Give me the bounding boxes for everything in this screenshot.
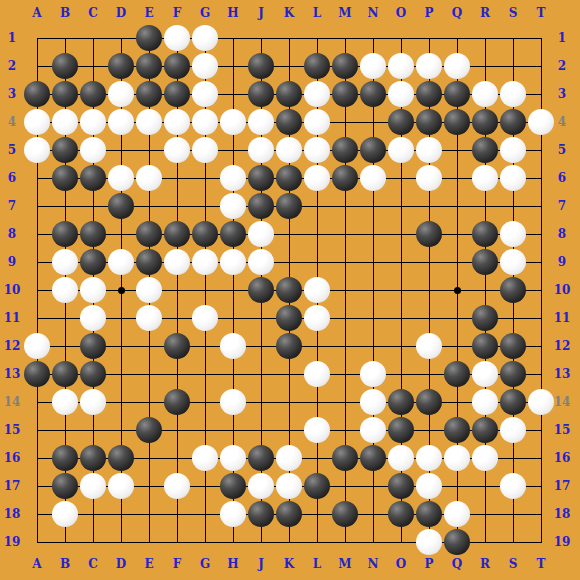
board-cell-P3[interactable] — [415, 80, 443, 108]
board-cell-A16[interactable] — [23, 444, 51, 472]
board-cell-H2[interactable] — [219, 52, 247, 80]
board-cell-M4[interactable] — [331, 108, 359, 136]
board-cell-O14[interactable] — [387, 388, 415, 416]
board-cell-H18[interactable] — [219, 500, 247, 528]
board-cell-K14[interactable] — [275, 388, 303, 416]
board-cell-Q12[interactable] — [443, 332, 471, 360]
board-cell-G4[interactable] — [191, 108, 219, 136]
board-cell-A3[interactable] — [23, 80, 51, 108]
board-cell-D11[interactable] — [107, 304, 135, 332]
board-cell-F19[interactable] — [163, 528, 191, 556]
board-cell-R19[interactable] — [471, 528, 499, 556]
board-cell-N3[interactable] — [359, 80, 387, 108]
board-cell-E9[interactable] — [135, 248, 163, 276]
board-cell-A11[interactable] — [23, 304, 51, 332]
board-cell-C1[interactable] — [79, 24, 107, 52]
board-cell-M12[interactable] — [331, 332, 359, 360]
board-cell-G2[interactable] — [191, 52, 219, 80]
board-cell-H4[interactable] — [219, 108, 247, 136]
board-cell-C5[interactable] — [79, 136, 107, 164]
board-cell-Q4[interactable] — [443, 108, 471, 136]
board-cell-S9[interactable] — [499, 248, 527, 276]
board-cell-E11[interactable] — [135, 304, 163, 332]
board-cell-S15[interactable] — [499, 416, 527, 444]
board-cell-E19[interactable] — [135, 528, 163, 556]
board-cell-J13[interactable] — [247, 360, 275, 388]
board-cell-Q17[interactable] — [443, 472, 471, 500]
board-cell-K16[interactable] — [275, 444, 303, 472]
board-cell-P19[interactable] — [415, 528, 443, 556]
board-cell-R14[interactable] — [471, 388, 499, 416]
board-cell-H17[interactable] — [219, 472, 247, 500]
board-cell-E14[interactable] — [135, 388, 163, 416]
board-cell-C15[interactable] — [79, 416, 107, 444]
board-cell-A8[interactable] — [23, 220, 51, 248]
board-cell-H16[interactable] — [219, 444, 247, 472]
board-cell-H3[interactable] — [219, 80, 247, 108]
board-cell-N9[interactable] — [359, 248, 387, 276]
board-cell-H19[interactable] — [219, 528, 247, 556]
board-cell-O16[interactable] — [387, 444, 415, 472]
board-cell-E16[interactable] — [135, 444, 163, 472]
board-cell-E12[interactable] — [135, 332, 163, 360]
board-cell-S5[interactable] — [499, 136, 527, 164]
board-cell-F5[interactable] — [163, 136, 191, 164]
board-cell-A2[interactable] — [23, 52, 51, 80]
board-cell-D12[interactable] — [107, 332, 135, 360]
board-cell-G8[interactable] — [191, 220, 219, 248]
board-cell-M18[interactable] — [331, 500, 359, 528]
board-cell-L12[interactable] — [303, 332, 331, 360]
board-cell-A4[interactable] — [23, 108, 51, 136]
board-cell-K9[interactable] — [275, 248, 303, 276]
board-cell-E10[interactable] — [135, 276, 163, 304]
board-cell-A14[interactable] — [23, 388, 51, 416]
board-cell-E2[interactable] — [135, 52, 163, 80]
board-cell-F9[interactable] — [163, 248, 191, 276]
board-cell-E8[interactable] — [135, 220, 163, 248]
board-cell-N1[interactable] — [359, 24, 387, 52]
board-cell-L16[interactable] — [303, 444, 331, 472]
board-cell-S3[interactable] — [499, 80, 527, 108]
board-cell-C3[interactable] — [79, 80, 107, 108]
board-cell-M14[interactable] — [331, 388, 359, 416]
board-cell-S11[interactable] — [499, 304, 527, 332]
board-cell-C16[interactable] — [79, 444, 107, 472]
board-cell-Q9[interactable] — [443, 248, 471, 276]
board-cell-O3[interactable] — [387, 80, 415, 108]
board-cell-D2[interactable] — [107, 52, 135, 80]
board-cell-D15[interactable] — [107, 416, 135, 444]
board-cell-N8[interactable] — [359, 220, 387, 248]
board-cell-J14[interactable] — [247, 388, 275, 416]
board-cell-H7[interactable] — [219, 192, 247, 220]
board-cell-B17[interactable] — [51, 472, 79, 500]
board-cell-L19[interactable] — [303, 528, 331, 556]
board-cell-D13[interactable] — [107, 360, 135, 388]
board-cell-G1[interactable] — [191, 24, 219, 52]
board-cell-M2[interactable] — [331, 52, 359, 80]
board-cell-P7[interactable] — [415, 192, 443, 220]
board-cell-G5[interactable] — [191, 136, 219, 164]
board-cell-D1[interactable] — [107, 24, 135, 52]
board-cell-D10[interactable] — [107, 276, 135, 304]
board-cell-O18[interactable] — [387, 500, 415, 528]
board-cell-R16[interactable] — [471, 444, 499, 472]
board-cell-R5[interactable] — [471, 136, 499, 164]
board-cell-C11[interactable] — [79, 304, 107, 332]
board-cell-J18[interactable] — [247, 500, 275, 528]
board-cell-G3[interactable] — [191, 80, 219, 108]
board-cell-P13[interactable] — [415, 360, 443, 388]
board-cell-R11[interactable] — [471, 304, 499, 332]
board-cell-B12[interactable] — [51, 332, 79, 360]
board-cell-F3[interactable] — [163, 80, 191, 108]
board-cell-A1[interactable] — [23, 24, 51, 52]
board-cell-J15[interactable] — [247, 416, 275, 444]
board-cell-S17[interactable] — [499, 472, 527, 500]
board-cell-B3[interactable] — [51, 80, 79, 108]
board-cell-E17[interactable] — [135, 472, 163, 500]
board-cell-L4[interactable] — [303, 108, 331, 136]
board-cell-L13[interactable] — [303, 360, 331, 388]
board-cell-R10[interactable] — [471, 276, 499, 304]
board-cell-J6[interactable] — [247, 164, 275, 192]
board-cell-O7[interactable] — [387, 192, 415, 220]
board-cell-G18[interactable] — [191, 500, 219, 528]
board-cell-B8[interactable] — [51, 220, 79, 248]
board-cell-G10[interactable] — [191, 276, 219, 304]
board-cell-P1[interactable] — [415, 24, 443, 52]
board-cell-C14[interactable] — [79, 388, 107, 416]
board-cell-B9[interactable] — [51, 248, 79, 276]
board-cell-R2[interactable] — [471, 52, 499, 80]
board-cell-K2[interactable] — [275, 52, 303, 80]
board-cell-E7[interactable] — [135, 192, 163, 220]
board-cell-B15[interactable] — [51, 416, 79, 444]
board-cell-D16[interactable] — [107, 444, 135, 472]
board-cell-G15[interactable] — [191, 416, 219, 444]
board-cell-B5[interactable] — [51, 136, 79, 164]
board-cell-D17[interactable] — [107, 472, 135, 500]
board-cell-O13[interactable] — [387, 360, 415, 388]
board-cell-Q15[interactable] — [443, 416, 471, 444]
board-cell-N19[interactable] — [359, 528, 387, 556]
board-cell-F13[interactable] — [163, 360, 191, 388]
board-cell-S7[interactable] — [499, 192, 527, 220]
board-cell-S1[interactable] — [499, 24, 527, 52]
board-cell-F18[interactable] — [163, 500, 191, 528]
board-cell-K7[interactable] — [275, 192, 303, 220]
board-cell-S6[interactable] — [499, 164, 527, 192]
board-cell-O10[interactable] — [387, 276, 415, 304]
board-cell-P12[interactable] — [415, 332, 443, 360]
board-cell-H13[interactable] — [219, 360, 247, 388]
board-cell-B13[interactable] — [51, 360, 79, 388]
board-cell-D9[interactable] — [107, 248, 135, 276]
board-cell-A12[interactable] — [23, 332, 51, 360]
board-cell-D5[interactable] — [107, 136, 135, 164]
board-cell-J7[interactable] — [247, 192, 275, 220]
board-cell-J2[interactable] — [247, 52, 275, 80]
board-cell-N17[interactable] — [359, 472, 387, 500]
board-cell-C13[interactable] — [79, 360, 107, 388]
board-cell-A19[interactable] — [23, 528, 51, 556]
board-cell-O2[interactable] — [387, 52, 415, 80]
board-cell-M9[interactable] — [331, 248, 359, 276]
board-cell-F15[interactable] — [163, 416, 191, 444]
board-cell-J3[interactable] — [247, 80, 275, 108]
board-cell-N16[interactable] — [359, 444, 387, 472]
board-cell-L17[interactable] — [303, 472, 331, 500]
board-cell-B6[interactable] — [51, 164, 79, 192]
go-board[interactable] — [23, 24, 555, 556]
board-cell-M10[interactable] — [331, 276, 359, 304]
board-cell-Q3[interactable] — [443, 80, 471, 108]
board-cell-L9[interactable] — [303, 248, 331, 276]
board-cell-L11[interactable] — [303, 304, 331, 332]
board-cell-F6[interactable] — [163, 164, 191, 192]
board-cell-H15[interactable] — [219, 416, 247, 444]
board-cell-R1[interactable] — [471, 24, 499, 52]
board-cell-F14[interactable] — [163, 388, 191, 416]
board-cell-B1[interactable] — [51, 24, 79, 52]
board-cell-F11[interactable] — [163, 304, 191, 332]
board-cell-M13[interactable] — [331, 360, 359, 388]
board-cell-F17[interactable] — [163, 472, 191, 500]
board-cell-P18[interactable] — [415, 500, 443, 528]
board-cell-Q7[interactable] — [443, 192, 471, 220]
board-cell-C9[interactable] — [79, 248, 107, 276]
board-cell-E3[interactable] — [135, 80, 163, 108]
board-cell-Q18[interactable] — [443, 500, 471, 528]
board-cell-G17[interactable] — [191, 472, 219, 500]
board-cell-B4[interactable] — [51, 108, 79, 136]
board-cell-B16[interactable] — [51, 444, 79, 472]
board-cell-F8[interactable] — [163, 220, 191, 248]
board-cell-K12[interactable] — [275, 332, 303, 360]
board-cell-P6[interactable] — [415, 164, 443, 192]
board-cell-F12[interactable] — [163, 332, 191, 360]
board-cell-E1[interactable] — [135, 24, 163, 52]
board-cell-C17[interactable] — [79, 472, 107, 500]
board-cell-H8[interactable] — [219, 220, 247, 248]
board-cell-Q8[interactable] — [443, 220, 471, 248]
board-cell-M5[interactable] — [331, 136, 359, 164]
board-cell-K19[interactable] — [275, 528, 303, 556]
board-cell-M19[interactable] — [331, 528, 359, 556]
board-cell-D4[interactable] — [107, 108, 135, 136]
board-cell-A6[interactable] — [23, 164, 51, 192]
board-cell-P5[interactable] — [415, 136, 443, 164]
board-cell-K11[interactable] — [275, 304, 303, 332]
board-cell-D7[interactable] — [107, 192, 135, 220]
board-cell-K13[interactable] — [275, 360, 303, 388]
board-cell-K10[interactable] — [275, 276, 303, 304]
board-cell-D19[interactable] — [107, 528, 135, 556]
board-cell-Q14[interactable] — [443, 388, 471, 416]
board-cell-R15[interactable] — [471, 416, 499, 444]
board-cell-S10[interactable] — [499, 276, 527, 304]
board-cell-E13[interactable] — [135, 360, 163, 388]
board-cell-G14[interactable] — [191, 388, 219, 416]
board-cell-H14[interactable] — [219, 388, 247, 416]
board-cell-B19[interactable] — [51, 528, 79, 556]
board-cell-C7[interactable] — [79, 192, 107, 220]
board-cell-S14[interactable] — [499, 388, 527, 416]
board-cell-R4[interactable] — [471, 108, 499, 136]
board-cell-O9[interactable] — [387, 248, 415, 276]
board-cell-J8[interactable] — [247, 220, 275, 248]
board-cell-D8[interactable] — [107, 220, 135, 248]
board-cell-C19[interactable] — [79, 528, 107, 556]
board-cell-J11[interactable] — [247, 304, 275, 332]
board-cell-H1[interactable] — [219, 24, 247, 52]
board-cell-A18[interactable] — [23, 500, 51, 528]
board-cell-Q1[interactable] — [443, 24, 471, 52]
board-cell-K15[interactable] — [275, 416, 303, 444]
board-cell-L5[interactable] — [303, 136, 331, 164]
board-cell-P10[interactable] — [415, 276, 443, 304]
board-cell-N4[interactable] — [359, 108, 387, 136]
board-cell-P9[interactable] — [415, 248, 443, 276]
board-cell-P2[interactable] — [415, 52, 443, 80]
board-cell-S4[interactable] — [499, 108, 527, 136]
board-cell-C18[interactable] — [79, 500, 107, 528]
board-cell-P11[interactable] — [415, 304, 443, 332]
board-cell-H11[interactable] — [219, 304, 247, 332]
board-cell-D3[interactable] — [107, 80, 135, 108]
board-cell-S16[interactable] — [499, 444, 527, 472]
board-cell-G13[interactable] — [191, 360, 219, 388]
board-cell-O5[interactable] — [387, 136, 415, 164]
board-cell-N6[interactable] — [359, 164, 387, 192]
board-cell-M8[interactable] — [331, 220, 359, 248]
board-cell-M6[interactable] — [331, 164, 359, 192]
board-cell-M1[interactable] — [331, 24, 359, 52]
board-cell-G9[interactable] — [191, 248, 219, 276]
board-cell-J12[interactable] — [247, 332, 275, 360]
board-cell-Q13[interactable] — [443, 360, 471, 388]
board-cell-H10[interactable] — [219, 276, 247, 304]
board-cell-C2[interactable] — [79, 52, 107, 80]
board-cell-E4[interactable] — [135, 108, 163, 136]
board-cell-G6[interactable] — [191, 164, 219, 192]
board-cell-R9[interactable] — [471, 248, 499, 276]
board-cell-B7[interactable] — [51, 192, 79, 220]
board-cell-L18[interactable] — [303, 500, 331, 528]
board-cell-K5[interactable] — [275, 136, 303, 164]
board-cell-M17[interactable] — [331, 472, 359, 500]
board-cell-J17[interactable] — [247, 472, 275, 500]
board-cell-E5[interactable] — [135, 136, 163, 164]
board-cell-N18[interactable] — [359, 500, 387, 528]
board-cell-F16[interactable] — [163, 444, 191, 472]
board-cell-E6[interactable] — [135, 164, 163, 192]
board-cell-N15[interactable] — [359, 416, 387, 444]
board-cell-M7[interactable] — [331, 192, 359, 220]
board-cell-A5[interactable] — [23, 136, 51, 164]
board-cell-L3[interactable] — [303, 80, 331, 108]
board-cell-N5[interactable] — [359, 136, 387, 164]
board-cell-J1[interactable] — [247, 24, 275, 52]
board-cell-L2[interactable] — [303, 52, 331, 80]
board-cell-N2[interactable] — [359, 52, 387, 80]
board-cell-K17[interactable] — [275, 472, 303, 500]
board-cell-K3[interactable] — [275, 80, 303, 108]
board-cell-O11[interactable] — [387, 304, 415, 332]
board-cell-N13[interactable] — [359, 360, 387, 388]
board-cell-J19[interactable] — [247, 528, 275, 556]
board-cell-R13[interactable] — [471, 360, 499, 388]
board-cell-O8[interactable] — [387, 220, 415, 248]
board-cell-K1[interactable] — [275, 24, 303, 52]
board-cell-D6[interactable] — [107, 164, 135, 192]
board-cell-C8[interactable] — [79, 220, 107, 248]
board-cell-G19[interactable] — [191, 528, 219, 556]
board-cell-S2[interactable] — [499, 52, 527, 80]
board-cell-L14[interactable] — [303, 388, 331, 416]
board-cell-P8[interactable] — [415, 220, 443, 248]
board-cell-Q11[interactable] — [443, 304, 471, 332]
board-cell-S19[interactable] — [499, 528, 527, 556]
board-cell-Q6[interactable] — [443, 164, 471, 192]
board-cell-A15[interactable] — [23, 416, 51, 444]
board-cell-D18[interactable] — [107, 500, 135, 528]
board-cell-Q16[interactable] — [443, 444, 471, 472]
board-cell-C12[interactable] — [79, 332, 107, 360]
board-cell-A10[interactable] — [23, 276, 51, 304]
board-cell-N10[interactable] — [359, 276, 387, 304]
board-cell-L1[interactable] — [303, 24, 331, 52]
board-cell-H9[interactable] — [219, 248, 247, 276]
board-cell-L7[interactable] — [303, 192, 331, 220]
board-cell-N7[interactable] — [359, 192, 387, 220]
board-cell-L15[interactable] — [303, 416, 331, 444]
board-cell-C10[interactable] — [79, 276, 107, 304]
board-cell-G7[interactable] — [191, 192, 219, 220]
board-cell-H6[interactable] — [219, 164, 247, 192]
board-cell-R8[interactable] — [471, 220, 499, 248]
board-cell-F4[interactable] — [163, 108, 191, 136]
board-cell-M16[interactable] — [331, 444, 359, 472]
board-cell-B18[interactable] — [51, 500, 79, 528]
board-cell-J10[interactable] — [247, 276, 275, 304]
board-cell-A17[interactable] — [23, 472, 51, 500]
board-cell-P17[interactable] — [415, 472, 443, 500]
board-cell-A13[interactable] — [23, 360, 51, 388]
board-cell-L6[interactable] — [303, 164, 331, 192]
board-cell-O4[interactable] — [387, 108, 415, 136]
board-cell-Q10[interactable] — [443, 276, 471, 304]
board-cell-P16[interactable] — [415, 444, 443, 472]
board-cell-H5[interactable] — [219, 136, 247, 164]
board-cell-G11[interactable] — [191, 304, 219, 332]
board-cell-S18[interactable] — [499, 500, 527, 528]
board-cell-B14[interactable] — [51, 388, 79, 416]
board-cell-S12[interactable] — [499, 332, 527, 360]
board-cell-B10[interactable] — [51, 276, 79, 304]
board-cell-A7[interactable] — [23, 192, 51, 220]
board-cell-H12[interactable] — [219, 332, 247, 360]
board-cell-R6[interactable] — [471, 164, 499, 192]
board-cell-L10[interactable] — [303, 276, 331, 304]
board-cell-O1[interactable] — [387, 24, 415, 52]
board-cell-K8[interactable] — [275, 220, 303, 248]
board-cell-O12[interactable] — [387, 332, 415, 360]
board-cell-N12[interactable] — [359, 332, 387, 360]
board-cell-P15[interactable] — [415, 416, 443, 444]
